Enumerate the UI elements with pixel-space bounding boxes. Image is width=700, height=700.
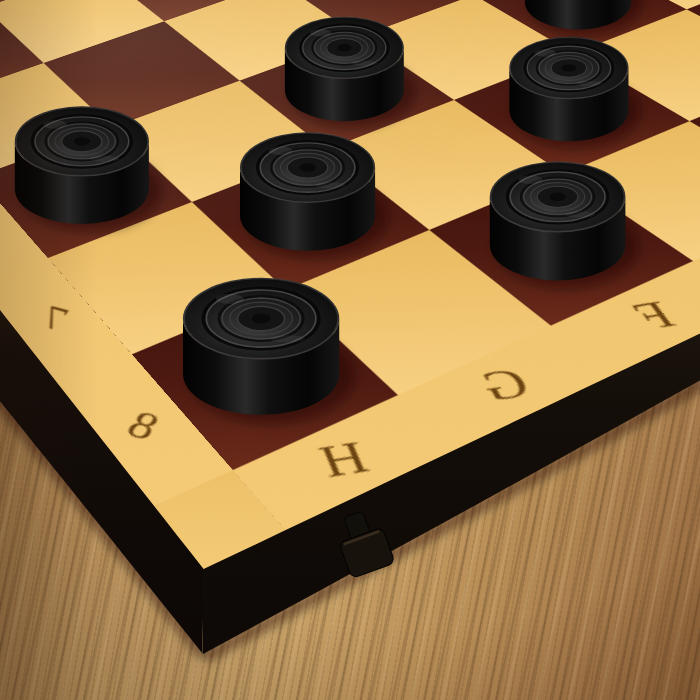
board-side-left [0,223,203,651]
scene: HGFEDCBA87654321 [0,0,700,700]
piece-black-h8[interactable] [183,278,354,424]
piece-black-g7[interactable] [240,132,388,258]
piece-black-h6[interactable] [15,106,162,231]
piece-black-d6[interactable] [525,0,641,36]
scene-overlay [0,0,700,700]
piece-black-f6[interactable] [285,17,415,128]
piece-black-f8[interactable] [490,161,639,288]
piece-black-e7[interactable] [509,37,640,148]
